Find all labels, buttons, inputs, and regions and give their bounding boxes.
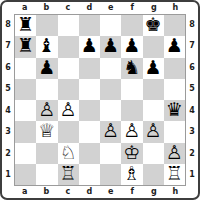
square-d2[interactable] [79, 143, 100, 164]
rank-label: 4 [186, 100, 198, 122]
file-labels-bottom: abcdefgh [14, 186, 186, 198]
square-b8[interactable] [36, 15, 57, 36]
square-g7[interactable] [143, 36, 164, 57]
square-g1[interactable] [143, 164, 164, 185]
square-b5[interactable] [36, 79, 57, 100]
square-f3[interactable]: ♙ [121, 121, 142, 142]
square-h3[interactable] [164, 121, 185, 142]
square-g5[interactable] [143, 79, 164, 100]
black-pawn: ♟ [38, 58, 55, 77]
white-pawn: ♙ [145, 121, 162, 140]
white-queen: ♕ [38, 121, 55, 140]
black-rook: ♜ [17, 36, 34, 55]
file-label: c [57, 2, 79, 14]
rank-labels-right: 87654321 [186, 14, 198, 186]
square-g3[interactable]: ♙ [143, 121, 164, 142]
square-d3[interactable] [79, 121, 100, 142]
chess-board: ♜♚♜♝♟♟♟♟♟♞♟♙♙♛♕♙♙♙♘♔♙♖♗♖ [14, 14, 186, 186]
square-e4[interactable] [100, 100, 121, 121]
rank-label: 1 [186, 165, 198, 187]
square-b1[interactable] [36, 164, 57, 185]
black-pawn: ♟ [166, 36, 183, 55]
square-h2[interactable]: ♙ [164, 143, 185, 164]
square-a1[interactable] [15, 164, 36, 185]
file-labels-top: abcdefgh [14, 2, 186, 14]
white-pawn: ♙ [60, 100, 77, 119]
square-a2[interactable] [15, 143, 36, 164]
square-f8[interactable] [121, 15, 142, 36]
black-bishop: ♝ [38, 36, 55, 55]
file-label: f [122, 186, 144, 198]
square-d4[interactable] [79, 100, 100, 121]
square-a8[interactable]: ♜ [15, 15, 36, 36]
white-pawn: ♙ [166, 143, 183, 162]
white-bishop: ♗ [123, 164, 140, 183]
square-d1[interactable] [79, 164, 100, 185]
square-a7[interactable]: ♜ [15, 36, 36, 57]
square-a3[interactable] [15, 121, 36, 142]
square-e5[interactable] [100, 79, 121, 100]
file-label: f [122, 2, 144, 14]
white-pawn: ♙ [102, 121, 119, 140]
square-h8[interactable] [164, 15, 185, 36]
square-g6[interactable]: ♟ [143, 58, 164, 79]
rank-label: 1 [2, 165, 14, 187]
black-king: ♚ [145, 15, 162, 34]
square-a6[interactable] [15, 58, 36, 79]
square-f4[interactable] [121, 100, 142, 121]
square-b4[interactable]: ♙ [36, 100, 57, 121]
square-d7[interactable]: ♟ [79, 36, 100, 57]
file-label: e [100, 186, 122, 198]
square-e3[interactable]: ♙ [100, 121, 121, 142]
square-f6[interactable]: ♞ [121, 58, 142, 79]
rank-label: 8 [2, 14, 14, 36]
rank-label: 6 [2, 57, 14, 79]
corner-bottom-right [186, 186, 198, 198]
square-e8[interactable] [100, 15, 121, 36]
file-label: a [14, 186, 36, 198]
black-rook: ♜ [17, 15, 34, 34]
square-f5[interactable] [121, 79, 142, 100]
square-g2[interactable] [143, 143, 164, 164]
rank-label: 3 [186, 122, 198, 144]
file-label: d [79, 186, 101, 198]
square-c1[interactable]: ♖ [58, 164, 79, 185]
square-b6[interactable]: ♟ [36, 58, 57, 79]
square-d8[interactable] [79, 15, 100, 36]
file-label: g [143, 186, 165, 198]
rank-label: 4 [2, 100, 14, 122]
square-h4[interactable]: ♛ [164, 100, 185, 121]
rank-label: 7 [186, 36, 198, 58]
square-c2[interactable]: ♘ [58, 143, 79, 164]
rank-label: 5 [2, 79, 14, 101]
black-queen: ♛ [166, 100, 183, 119]
square-c4[interactable]: ♙ [58, 100, 79, 121]
rank-label: 6 [186, 57, 198, 79]
square-b2[interactable] [36, 143, 57, 164]
square-e2[interactable] [100, 143, 121, 164]
square-c5[interactable] [58, 79, 79, 100]
file-label: b [36, 2, 58, 14]
square-d6[interactable] [79, 58, 100, 79]
file-label: c [57, 186, 79, 198]
square-a5[interactable] [15, 79, 36, 100]
file-label: d [79, 2, 101, 14]
square-a4[interactable] [15, 100, 36, 121]
corner-top-left [2, 2, 14, 14]
black-pawn: ♟ [145, 58, 162, 77]
square-e6[interactable] [100, 58, 121, 79]
rank-label: 3 [2, 122, 14, 144]
square-g8[interactable]: ♚ [143, 15, 164, 36]
rank-label: 5 [186, 79, 198, 101]
file-label: b [36, 186, 58, 198]
file-label: g [143, 2, 165, 14]
white-pawn: ♙ [38, 100, 55, 119]
file-label: e [100, 2, 122, 14]
square-f2[interactable]: ♔ [121, 143, 142, 164]
black-pawn: ♟ [102, 36, 119, 55]
corner-bottom-left [2, 186, 14, 198]
chess-diagram: abcdefgh 87654321 ♜♚♜♝♟♟♟♟♟♞♟♙♙♛♕♙♙♙♘♔♙♖… [0, 0, 200, 200]
square-h6[interactable] [164, 58, 185, 79]
square-g4[interactable] [143, 100, 164, 121]
black-knight: ♞ [123, 58, 140, 77]
square-f7[interactable]: ♟ [121, 36, 142, 57]
square-h1[interactable]: ♖ [164, 164, 185, 185]
rank-label: 2 [186, 143, 198, 165]
white-knight: ♘ [60, 143, 77, 162]
rank-labels-left: 87654321 [2, 14, 14, 186]
square-b3[interactable]: ♕ [36, 121, 57, 142]
rank-label: 7 [2, 36, 14, 58]
white-king: ♔ [123, 143, 140, 162]
file-label: a [14, 2, 36, 14]
corner-top-right [186, 2, 198, 14]
square-h5[interactable] [164, 79, 185, 100]
square-b7[interactable]: ♝ [36, 36, 57, 57]
white-rook: ♖ [60, 164, 77, 183]
black-pawn: ♟ [123, 36, 140, 55]
square-d5[interactable] [79, 79, 100, 100]
rank-label: 2 [2, 143, 14, 165]
white-pawn: ♙ [123, 121, 140, 140]
rank-label: 8 [186, 14, 198, 36]
white-rook: ♖ [166, 164, 183, 183]
square-f1[interactable]: ♗ [121, 164, 142, 185]
square-c8[interactable] [58, 15, 79, 36]
square-h7[interactable]: ♟ [164, 36, 185, 57]
black-pawn: ♟ [81, 36, 98, 55]
square-c6[interactable] [58, 58, 79, 79]
square-e1[interactable] [100, 164, 121, 185]
square-c3[interactable] [58, 121, 79, 142]
square-e7[interactable]: ♟ [100, 36, 121, 57]
file-label: h [165, 186, 187, 198]
square-c7[interactable] [58, 36, 79, 57]
file-label: h [165, 2, 187, 14]
